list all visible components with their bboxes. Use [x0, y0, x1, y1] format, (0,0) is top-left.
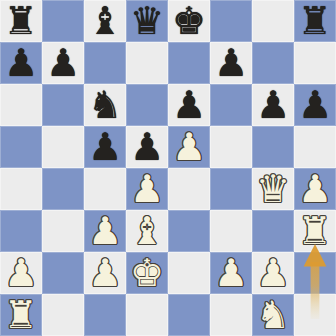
square-f4[interactable] [210, 168, 252, 210]
square-f2[interactable]: ♟ [210, 252, 252, 294]
square-g8[interactable] [252, 0, 294, 42]
square-b8[interactable] [42, 0, 84, 42]
square-d4[interactable]: ♟ [126, 168, 168, 210]
black-bishop[interactable]: ♝ [88, 0, 122, 42]
black-pawn[interactable]: ♟ [46, 42, 80, 84]
black-pawn[interactable]: ♟ [256, 84, 290, 126]
square-c8[interactable]: ♝ [84, 0, 126, 42]
square-e6[interactable]: ♟ [168, 84, 210, 126]
square-c5[interactable]: ♟ [84, 126, 126, 168]
white-rook[interactable]: ♜ [298, 210, 332, 252]
square-h3[interactable]: ♜ [294, 210, 336, 252]
square-b4[interactable] [42, 168, 84, 210]
square-a2[interactable]: ♟ [0, 252, 42, 294]
square-c6[interactable]: ♞ [84, 84, 126, 126]
black-rook[interactable]: ♜ [4, 0, 38, 42]
square-b2[interactable] [42, 252, 84, 294]
square-a4[interactable] [0, 168, 42, 210]
black-pawn[interactable]: ♟ [214, 42, 248, 84]
white-pawn[interactable]: ♟ [256, 252, 290, 294]
square-h6[interactable]: ♟ [294, 84, 336, 126]
square-d5[interactable]: ♟ [126, 126, 168, 168]
square-b3[interactable] [42, 210, 84, 252]
white-rook[interactable]: ♜ [4, 294, 38, 336]
white-pawn[interactable]: ♟ [130, 168, 164, 210]
square-g4[interactable]: ♛ [252, 168, 294, 210]
white-king[interactable]: ♚ [130, 252, 164, 294]
black-pawn[interactable]: ♟ [88, 126, 122, 168]
square-c2[interactable]: ♟ [84, 252, 126, 294]
square-b7[interactable]: ♟ [42, 42, 84, 84]
white-pawn[interactable]: ♟ [298, 168, 332, 210]
square-f5[interactable] [210, 126, 252, 168]
white-pawn[interactable]: ♟ [4, 252, 38, 294]
square-e8[interactable]: ♚ [168, 0, 210, 42]
square-d2[interactable]: ♚ [126, 252, 168, 294]
square-e4[interactable] [168, 168, 210, 210]
square-f6[interactable] [210, 84, 252, 126]
white-pawn[interactable]: ♟ [172, 126, 206, 168]
square-d6[interactable] [126, 84, 168, 126]
black-pawn[interactable]: ♟ [130, 126, 164, 168]
black-king[interactable]: ♚ [172, 0, 206, 42]
white-pawn[interactable]: ♟ [214, 252, 248, 294]
square-c1[interactable] [84, 294, 126, 336]
square-d1[interactable] [126, 294, 168, 336]
square-g2[interactable]: ♟ [252, 252, 294, 294]
square-a1[interactable]: ♜ [0, 294, 42, 336]
black-queen[interactable]: ♛ [130, 0, 164, 42]
chess-board: ♜♝♛♚♜♟♟♟♞♟♟♟♟♟♟♟♛♟♟♝♜♟♟♚♟♟♜♞ [0, 0, 336, 336]
square-c7[interactable] [84, 42, 126, 84]
square-f7[interactable]: ♟ [210, 42, 252, 84]
square-b1[interactable] [42, 294, 84, 336]
square-f3[interactable] [210, 210, 252, 252]
square-h8[interactable]: ♜ [294, 0, 336, 42]
square-e5[interactable]: ♟ [168, 126, 210, 168]
white-knight[interactable]: ♞ [256, 294, 290, 336]
square-g3[interactable] [252, 210, 294, 252]
black-rook[interactable]: ♜ [298, 0, 332, 42]
square-h7[interactable] [294, 42, 336, 84]
square-h2[interactable] [294, 252, 336, 294]
square-d7[interactable] [126, 42, 168, 84]
square-h1[interactable] [294, 294, 336, 336]
black-pawn[interactable]: ♟ [172, 84, 206, 126]
square-f8[interactable] [210, 0, 252, 42]
square-a7[interactable]: ♟ [0, 42, 42, 84]
white-pawn[interactable]: ♟ [88, 210, 122, 252]
square-d8[interactable]: ♛ [126, 0, 168, 42]
square-f1[interactable] [210, 294, 252, 336]
square-c3[interactable]: ♟ [84, 210, 126, 252]
black-knight[interactable]: ♞ [88, 84, 122, 126]
square-a5[interactable] [0, 126, 42, 168]
white-pawn[interactable]: ♟ [88, 252, 122, 294]
white-queen[interactable]: ♛ [256, 168, 290, 210]
square-a6[interactable] [0, 84, 42, 126]
white-bishop[interactable]: ♝ [130, 210, 164, 252]
square-c4[interactable] [84, 168, 126, 210]
square-h5[interactable] [294, 126, 336, 168]
square-e7[interactable] [168, 42, 210, 84]
square-a8[interactable]: ♜ [0, 0, 42, 42]
black-pawn[interactable]: ♟ [4, 42, 38, 84]
square-g5[interactable] [252, 126, 294, 168]
square-g1[interactable]: ♞ [252, 294, 294, 336]
black-pawn[interactable]: ♟ [298, 84, 332, 126]
square-e3[interactable] [168, 210, 210, 252]
square-g6[interactable]: ♟ [252, 84, 294, 126]
square-b5[interactable] [42, 126, 84, 168]
square-g7[interactable] [252, 42, 294, 84]
square-a3[interactable] [0, 210, 42, 252]
square-b6[interactable] [42, 84, 84, 126]
square-d3[interactable]: ♝ [126, 210, 168, 252]
square-e1[interactable] [168, 294, 210, 336]
chess-board-wrap: ♜♝♛♚♜♟♟♟♞♟♟♟♟♟♟♟♛♟♟♝♜♟♟♚♟♟♜♞ [0, 0, 336, 336]
square-e2[interactable] [168, 252, 210, 294]
square-h4[interactable]: ♟ [294, 168, 336, 210]
